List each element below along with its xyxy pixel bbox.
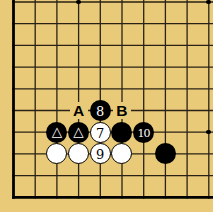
- stone-F3[interactable]: [111, 143, 133, 165]
- stone-C4[interactable]: △: [46, 121, 68, 143]
- triangle-mark-icon: △: [73, 125, 83, 139]
- move-number: 9: [96, 148, 104, 161]
- board-grid[interactable]: △△71098AB: [3, 0, 213, 208]
- hoshi-K4: [198, 121, 213, 143]
- letter-label: B: [113, 102, 131, 119]
- point-label-A: A: [68, 100, 90, 122]
- black-stone: [155, 143, 176, 164]
- black-stone: △: [46, 122, 67, 143]
- white-stone: 9: [90, 143, 111, 164]
- stone-G4[interactable]: 10: [133, 121, 155, 143]
- triangle-mark-icon: △: [52, 125, 62, 139]
- hoshi-K10: [198, 0, 213, 13]
- stone-F4[interactable]: [111, 121, 133, 143]
- white-stone: [111, 143, 132, 164]
- white-stone: [68, 143, 89, 164]
- stone-C3[interactable]: [46, 143, 68, 165]
- go-board[interactable]: △△71098AB: [0, 0, 213, 212]
- black-stone: △: [68, 122, 89, 143]
- star-point-icon: [206, 0, 211, 4]
- move-number: 10: [137, 127, 149, 138]
- stone-D3[interactable]: [68, 143, 90, 165]
- stone-E4[interactable]: 7: [89, 121, 111, 143]
- stone-E3[interactable]: 9: [89, 143, 111, 165]
- letter-label: A: [70, 102, 88, 119]
- move-number: 8: [96, 104, 104, 117]
- star-point-icon: [206, 130, 211, 135]
- stone-D4[interactable]: △: [68, 121, 90, 143]
- black-stone: 8: [90, 100, 111, 121]
- white-stone: [46, 143, 67, 164]
- point-label-B: B: [111, 100, 133, 122]
- move-number: 7: [96, 126, 104, 139]
- stone-E5[interactable]: 8: [89, 100, 111, 122]
- white-stone: 7: [90, 122, 111, 143]
- stone-H3[interactable]: [154, 143, 176, 165]
- star-point-icon: [76, 0, 81, 4]
- hoshi-D10: [68, 0, 90, 13]
- black-stone: 10: [133, 122, 154, 143]
- black-stone: [111, 122, 132, 143]
